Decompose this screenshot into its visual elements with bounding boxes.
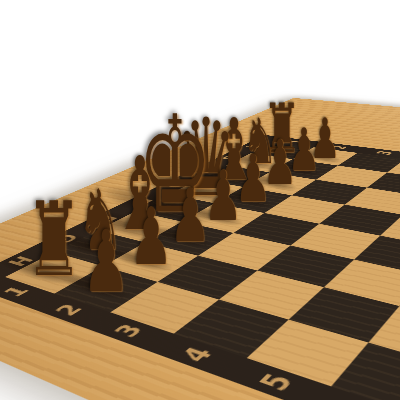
- chess-photo: ABCDEFGH1122334455667788 ♜♞♝♛♚♝♞♜♟♟♟♟♟♟♟…: [0, 0, 400, 400]
- chessboard: ABCDEFGH1122334455667788: [0, 127, 400, 400]
